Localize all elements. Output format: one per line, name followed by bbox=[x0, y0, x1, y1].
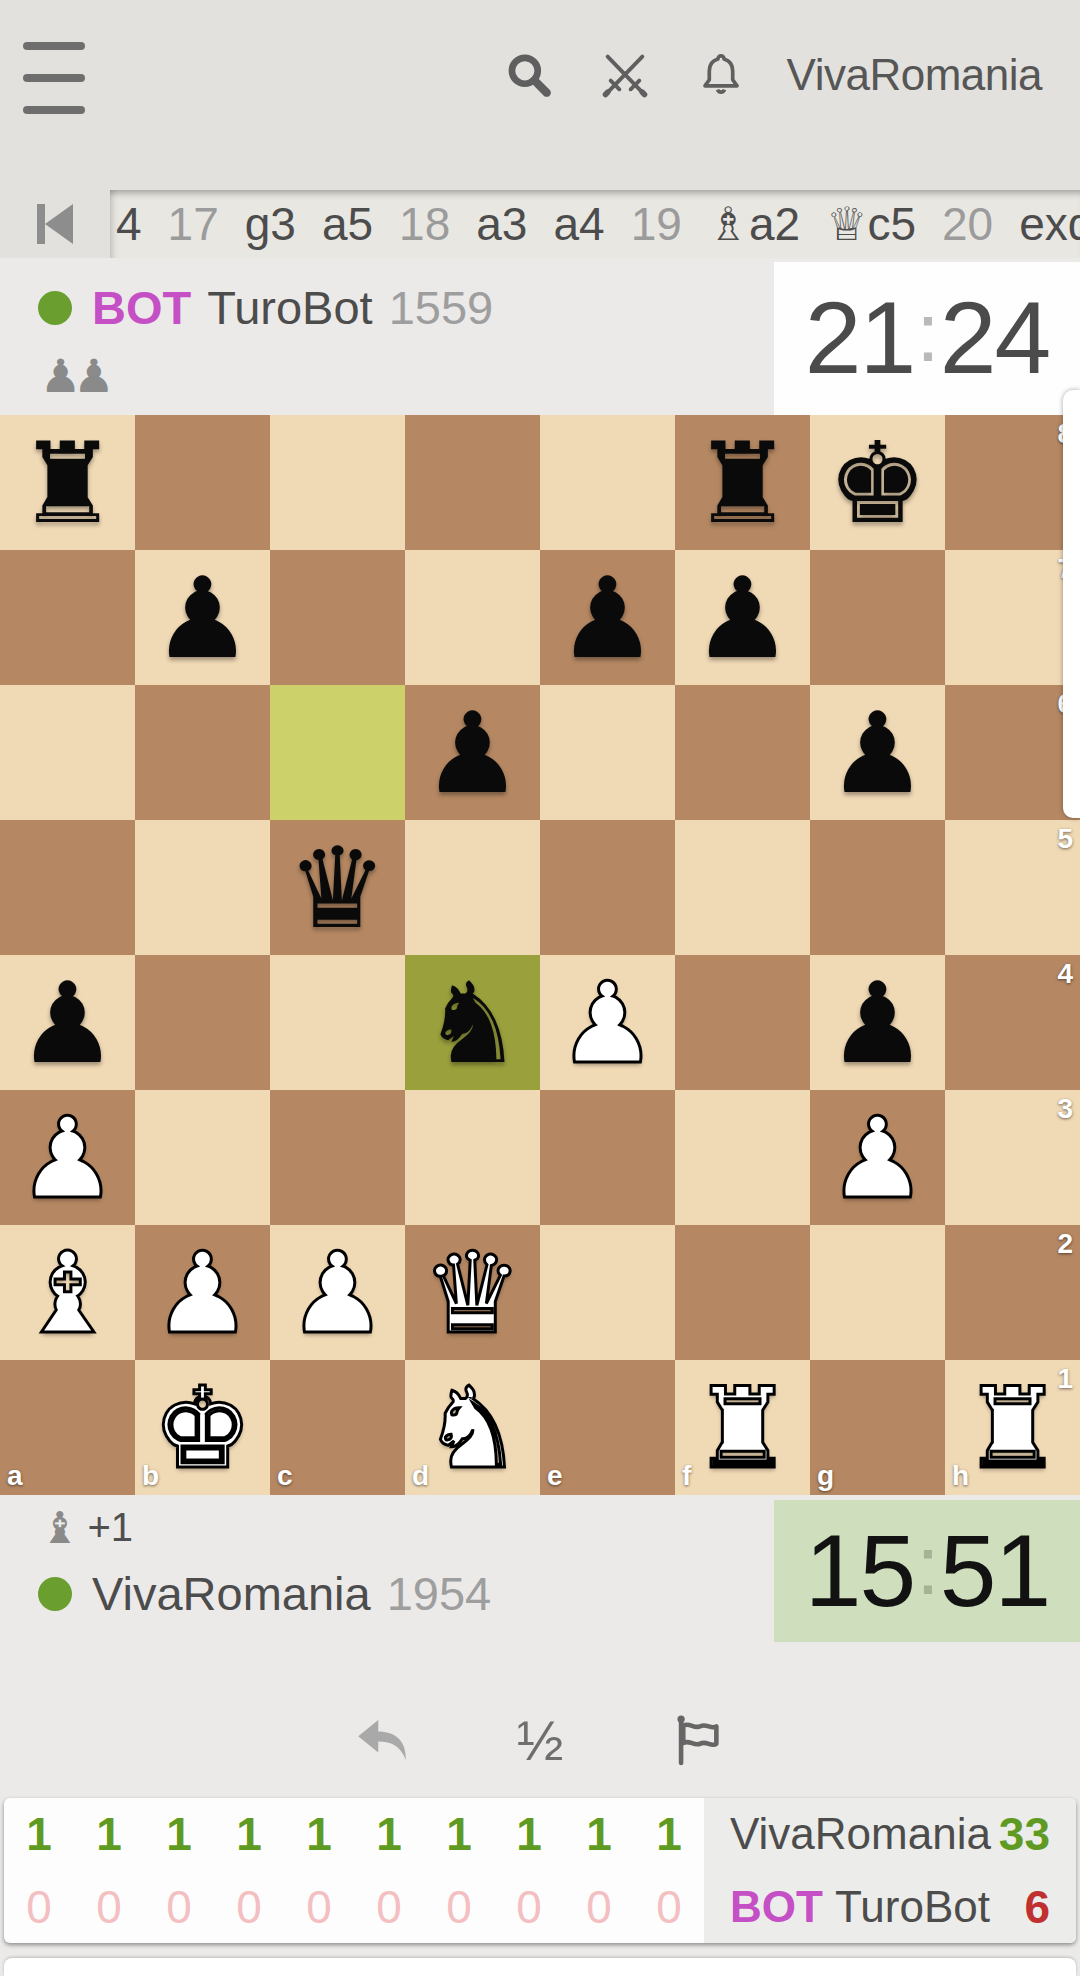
black-rook: ♜ bbox=[0, 415, 135, 550]
bottom-player-name[interactable]: VivaRomania bbox=[92, 1566, 371, 1621]
black-queen: ♛ bbox=[270, 820, 405, 955]
next-panel-edge bbox=[4, 1958, 1076, 1976]
game-score: 1 bbox=[634, 1807, 704, 1861]
crosstable-total: 33 bbox=[999, 1807, 1050, 1861]
file-label: b bbox=[142, 1460, 159, 1492]
square-e2[interactable] bbox=[540, 1225, 675, 1360]
black-king: ♚ bbox=[810, 415, 945, 550]
square-e8[interactable] bbox=[540, 415, 675, 550]
crosstable-total: 6 bbox=[1024, 1880, 1050, 1934]
game-score: 0 bbox=[424, 1880, 494, 1934]
square-e4[interactable]: ♟ bbox=[540, 955, 675, 1090]
material-advantage: +1 bbox=[87, 1505, 133, 1550]
move[interactable]: ♗a2 bbox=[708, 197, 800, 251]
rank-label: 4 bbox=[1057, 958, 1073, 990]
square-c6[interactable] bbox=[270, 685, 405, 820]
square-f1[interactable]: ♜f bbox=[675, 1360, 810, 1495]
game-controls: ½ bbox=[0, 1690, 1080, 1790]
game-score: 0 bbox=[354, 1880, 424, 1934]
game-score: 0 bbox=[634, 1880, 704, 1934]
square-h4[interactable]: 4 bbox=[945, 955, 1080, 1090]
square-e6[interactable] bbox=[540, 685, 675, 820]
game-score: 1 bbox=[564, 1807, 634, 1861]
move-number: 18 bbox=[399, 197, 450, 251]
file-label: g bbox=[817, 1460, 834, 1492]
square-b8[interactable] bbox=[135, 415, 270, 550]
move[interactable]: g3 bbox=[245, 197, 296, 251]
square-d1[interactable]: ♞d bbox=[405, 1360, 540, 1495]
white-rook: ♜ bbox=[945, 1360, 1080, 1495]
white-knight: ♞ bbox=[405, 1360, 540, 1495]
resign-flag-icon[interactable] bbox=[668, 1705, 728, 1775]
scrollbar-thumb[interactable] bbox=[1063, 390, 1080, 818]
crosstable-row: 0000000000BOT TuroBot6 bbox=[4, 1871, 1076, 1944]
crosstable-player-name: BOT TuroBot bbox=[730, 1882, 1024, 1932]
square-f8[interactable]: ♜ bbox=[675, 415, 810, 550]
menu-icon[interactable] bbox=[23, 42, 85, 114]
square-b2[interactable]: ♟ bbox=[135, 1225, 270, 1360]
move[interactable]: exd4 bbox=[1019, 197, 1080, 251]
game-score: 1 bbox=[74, 1807, 144, 1861]
black-pawn: ♟ bbox=[540, 550, 675, 685]
game-score: 1 bbox=[494, 1807, 564, 1861]
header-username[interactable]: VivaRomania bbox=[787, 50, 1042, 100]
rank-label: 1 bbox=[1057, 1363, 1073, 1395]
search-icon[interactable] bbox=[503, 49, 555, 101]
bottom-player-rating: 1954 bbox=[387, 1566, 492, 1621]
top-player-rating: 1559 bbox=[389, 280, 494, 335]
square-h3[interactable]: 3 bbox=[945, 1090, 1080, 1225]
black-knight: ♞ bbox=[405, 955, 540, 1090]
square-c2[interactable]: ♟ bbox=[270, 1225, 405, 1360]
square-a4[interactable]: ♟ bbox=[0, 955, 135, 1090]
crosstable-row: 1111111111VivaRomania33 bbox=[4, 1798, 1076, 1871]
square-f6[interactable] bbox=[675, 685, 810, 820]
game-score: 0 bbox=[564, 1880, 634, 1934]
game-score: 1 bbox=[354, 1807, 424, 1861]
square-a2[interactable]: ♝ bbox=[0, 1225, 135, 1360]
notification-bell-icon[interactable] bbox=[695, 49, 747, 101]
file-label: e bbox=[547, 1460, 563, 1492]
game-score: 0 bbox=[4, 1880, 74, 1934]
move[interactable]: a4 bbox=[553, 197, 604, 251]
black-pawn: ♟ bbox=[810, 685, 945, 820]
square-c5[interactable]: ♛ bbox=[270, 820, 405, 955]
square-b6[interactable] bbox=[135, 685, 270, 820]
move-number: 20 bbox=[942, 197, 993, 251]
square-a6[interactable] bbox=[0, 685, 135, 820]
crosstable: 1111111111VivaRomania330000000000BOT Tur… bbox=[4, 1798, 1076, 1943]
bot-title: BOT bbox=[92, 280, 191, 335]
black-pawn: ♟ bbox=[405, 685, 540, 820]
square-f4[interactable] bbox=[675, 955, 810, 1090]
square-g2[interactable] bbox=[810, 1225, 945, 1360]
white-king: ♚ bbox=[135, 1360, 270, 1495]
online-dot bbox=[38, 291, 72, 325]
game-score: 1 bbox=[424, 1807, 494, 1861]
white-pawn: ♟ bbox=[135, 1225, 270, 1360]
top-player-panel: BOT TuroBot 1559 ♟♟ 21:24 bbox=[0, 258, 1080, 415]
square-h5[interactable]: 5 bbox=[945, 820, 1080, 955]
square-a5[interactable] bbox=[0, 820, 135, 955]
rank-label: 5 bbox=[1057, 823, 1073, 855]
square-c3[interactable] bbox=[270, 1090, 405, 1225]
black-pawn: ♟ bbox=[0, 955, 135, 1090]
square-g5[interactable] bbox=[810, 820, 945, 955]
game-score: 1 bbox=[144, 1807, 214, 1861]
app-header: VivaRomania bbox=[0, 0, 1080, 150]
move-list[interactable]: 417g3a518a3a419♗a2♕c520exd4♘xd4 bbox=[110, 190, 1080, 258]
square-a8[interactable]: ♜ bbox=[0, 415, 135, 550]
square-g7[interactable] bbox=[810, 550, 945, 685]
game-score: 0 bbox=[144, 1880, 214, 1934]
rank-label: 3 bbox=[1057, 1093, 1073, 1125]
top-player-clock: 21:24 bbox=[774, 262, 1080, 415]
bottom-captured-pieces: ♝ bbox=[40, 1506, 79, 1550]
bottom-player-clock: 15:51 bbox=[774, 1500, 1080, 1642]
rank-label: 2 bbox=[1057, 1228, 1073, 1260]
white-pawn: ♟ bbox=[0, 1090, 135, 1225]
black-pawn: ♟ bbox=[135, 550, 270, 685]
square-a1[interactable]: a bbox=[0, 1360, 135, 1495]
black-rook: ♜ bbox=[675, 415, 810, 550]
game-scores: 1111111111 bbox=[4, 1798, 704, 1871]
square-g6[interactable]: ♟ bbox=[810, 685, 945, 820]
square-e7[interactable]: ♟ bbox=[540, 550, 675, 685]
move[interactable]: 4 bbox=[116, 197, 142, 251]
square-f5[interactable] bbox=[675, 820, 810, 955]
square-d5[interactable] bbox=[405, 820, 540, 955]
square-e3[interactable] bbox=[540, 1090, 675, 1225]
square-h2[interactable]: 2 bbox=[945, 1225, 1080, 1360]
square-c7[interactable] bbox=[270, 550, 405, 685]
game-scores: 0000000000 bbox=[4, 1871, 704, 1944]
file-label: c bbox=[277, 1460, 293, 1492]
white-pawn: ♟ bbox=[540, 955, 675, 1090]
square-h6[interactable]: 6 bbox=[945, 685, 1080, 820]
game-score: 1 bbox=[214, 1807, 284, 1861]
black-pawn: ♟ bbox=[675, 550, 810, 685]
white-pawn: ♟ bbox=[810, 1090, 945, 1225]
move-list-bar: 417g3a518a3a419♗a2♕c520exd4♘xd4 bbox=[0, 150, 1080, 258]
square-c8[interactable] bbox=[270, 415, 405, 550]
square-a7[interactable] bbox=[0, 550, 135, 685]
square-c4[interactable] bbox=[270, 955, 405, 1090]
square-b3[interactable] bbox=[135, 1090, 270, 1225]
square-d6[interactable]: ♟ bbox=[405, 685, 540, 820]
top-player-name[interactable]: TuroBot bbox=[207, 280, 372, 335]
takeback-arrow-icon[interactable] bbox=[352, 1705, 412, 1775]
square-g3[interactable]: ♟ bbox=[810, 1090, 945, 1225]
black-pawn: ♟ bbox=[810, 955, 945, 1090]
draw-offer-button[interactable]: ½ bbox=[510, 1705, 570, 1775]
square-h8[interactable]: 8 bbox=[945, 415, 1080, 550]
square-g4[interactable]: ♟ bbox=[810, 955, 945, 1090]
file-label: f bbox=[682, 1460, 691, 1492]
game-score: 0 bbox=[284, 1880, 354, 1934]
square-a3[interactable]: ♟ bbox=[0, 1090, 135, 1225]
square-b5[interactable] bbox=[135, 820, 270, 955]
crosstable-player-name: VivaRomania bbox=[730, 1809, 999, 1859]
square-b1[interactable]: ♚b bbox=[135, 1360, 270, 1495]
square-h1[interactable]: ♜h1 bbox=[945, 1360, 1080, 1495]
game-score: 0 bbox=[494, 1880, 564, 1934]
square-h7[interactable]: 7 bbox=[945, 550, 1080, 685]
square-d4[interactable]: ♞ bbox=[405, 955, 540, 1090]
square-f7[interactable]: ♟ bbox=[675, 550, 810, 685]
white-pawn: ♟ bbox=[270, 1225, 405, 1360]
move-number: 19 bbox=[631, 197, 682, 251]
online-dot bbox=[38, 1577, 72, 1611]
move-number: 17 bbox=[168, 197, 219, 251]
square-g8[interactable]: ♚ bbox=[810, 415, 945, 550]
square-e1[interactable]: e bbox=[540, 1360, 675, 1495]
square-d8[interactable] bbox=[405, 415, 540, 550]
game-score: 1 bbox=[284, 1807, 354, 1861]
bottom-player-panel: ♝ +1 VivaRomania 1954 15:51 bbox=[0, 1495, 1080, 1690]
game-score: 0 bbox=[214, 1880, 284, 1934]
white-queen: ♛ bbox=[405, 1225, 540, 1360]
square-g1[interactable]: g bbox=[810, 1360, 945, 1495]
file-label: a bbox=[7, 1460, 23, 1492]
square-e5[interactable] bbox=[540, 820, 675, 955]
square-d2[interactable]: ♛ bbox=[405, 1225, 540, 1360]
square-d3[interactable] bbox=[405, 1090, 540, 1225]
crossed-swords-icon[interactable] bbox=[599, 49, 651, 101]
move[interactable]: ♕c5 bbox=[826, 197, 916, 251]
game-score: 0 bbox=[74, 1880, 144, 1934]
white-rook: ♜ bbox=[675, 1360, 810, 1495]
skip-to-start-icon[interactable] bbox=[0, 190, 110, 258]
square-d7[interactable] bbox=[405, 550, 540, 685]
white-bishop: ♝ bbox=[0, 1225, 135, 1360]
square-b7[interactable]: ♟ bbox=[135, 550, 270, 685]
game-score: 1 bbox=[4, 1807, 74, 1861]
square-f3[interactable] bbox=[675, 1090, 810, 1225]
square-b4[interactable] bbox=[135, 955, 270, 1090]
move[interactable]: a3 bbox=[476, 197, 527, 251]
file-label: d bbox=[412, 1460, 429, 1492]
file-label: h bbox=[952, 1460, 969, 1492]
square-f2[interactable] bbox=[675, 1225, 810, 1360]
move[interactable]: a5 bbox=[322, 197, 373, 251]
square-c1[interactable]: c bbox=[270, 1360, 405, 1495]
chess-board: ♜♜♚8♟♟♟7♟♟6♛5♟♞♟♟4♟♟3♝♟♟♛2a♚bc♞de♜fg♜h1 bbox=[0, 415, 1080, 1495]
